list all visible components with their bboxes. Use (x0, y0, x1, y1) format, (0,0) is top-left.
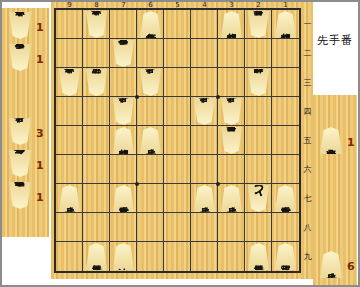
file-label-4: 4 (191, 1, 218, 9)
square-36[interactable] (218, 155, 245, 184)
square-56[interactable] (164, 155, 191, 184)
square-87[interactable] (83, 184, 110, 213)
star-point (135, 182, 139, 186)
square-15[interactable] (272, 126, 299, 155)
square-16[interactable] (272, 155, 299, 184)
stand-gote-piece[interactable]: 香車 (8, 44, 32, 71)
square-12[interactable] (272, 39, 299, 68)
rank-label-4: 四 (302, 97, 313, 126)
square-69[interactable] (137, 242, 164, 271)
square-96[interactable] (56, 155, 83, 184)
square-48[interactable] (191, 213, 218, 242)
square-13[interactable] (272, 68, 299, 97)
captured-count: 1 (36, 53, 50, 66)
square-46[interactable] (191, 155, 218, 184)
square-57[interactable] (164, 184, 191, 213)
square-98[interactable] (56, 213, 83, 242)
square-52[interactable] (164, 39, 191, 68)
square-24[interactable] (245, 97, 272, 126)
turn-indicator: 先手番 (311, 33, 359, 48)
square-92[interactable] (56, 39, 83, 68)
square-66[interactable] (137, 155, 164, 184)
captured-count: 1 (36, 191, 50, 204)
square-99[interactable] (56, 242, 83, 271)
stand-sente-piece[interactable]: 金将 (319, 127, 343, 154)
square-62[interactable] (137, 39, 164, 68)
square-55[interactable] (164, 126, 191, 155)
square-88[interactable] (83, 213, 110, 242)
star-point (216, 182, 220, 186)
square-22[interactable] (245, 39, 272, 68)
captured-count: 1 (36, 159, 50, 172)
square-18[interactable] (272, 213, 299, 242)
square-54[interactable] (164, 97, 191, 126)
rank-label-9: 九 (302, 242, 313, 271)
shogi-app-window: 金将1香車1歩兵3角行1飛車1 金将1歩兵6 先手番 987654321一二三四… (0, 0, 360, 287)
board-grid (54, 8, 301, 273)
rank-label-7: 七 (302, 184, 313, 213)
square-73[interactable] (110, 68, 137, 97)
square-84[interactable] (83, 97, 110, 126)
captured-count: 3 (36, 127, 50, 140)
captured-count: 1 (347, 136, 360, 149)
stand-gote-piece[interactable]: 飛車 (8, 182, 32, 209)
square-59[interactable] (164, 242, 191, 271)
file-label-5: 5 (164, 1, 191, 9)
square-91[interactable] (56, 10, 83, 39)
star-point (216, 95, 220, 99)
square-39[interactable] (218, 242, 245, 271)
square-51[interactable] (164, 10, 191, 39)
square-86[interactable] (83, 155, 110, 184)
file-label-3: 3 (218, 1, 245, 9)
rank-label-5: 五 (302, 126, 313, 155)
square-85[interactable] (83, 126, 110, 155)
square-42[interactable] (191, 39, 218, 68)
rank-label-1: 一 (302, 10, 313, 39)
square-25[interactable] (245, 126, 272, 155)
file-label-1: 1 (272, 1, 299, 9)
square-33[interactable] (218, 68, 245, 97)
rank-label-8: 八 (302, 213, 313, 242)
file-label-8: 8 (83, 1, 110, 9)
square-94[interactable] (56, 97, 83, 126)
square-68[interactable] (137, 213, 164, 242)
square-95[interactable] (56, 126, 83, 155)
rank-label-6: 六 (302, 155, 313, 184)
sente-captured-stand: 金将1歩兵6 (313, 95, 357, 285)
stand-gote-piece[interactable]: 角行 (8, 150, 32, 177)
square-82[interactable] (83, 39, 110, 68)
square-58[interactable] (164, 213, 191, 242)
square-28[interactable] (245, 213, 272, 242)
stand-gote-piece[interactable]: 歩兵 (8, 118, 32, 145)
square-14[interactable] (272, 97, 299, 126)
captured-count: 6 (347, 260, 360, 273)
square-78[interactable] (110, 213, 137, 242)
star-point (135, 95, 139, 99)
gote-captured-stand: 金将1香車1歩兵3角行1飛車1 (2, 8, 49, 237)
square-26[interactable] (245, 155, 272, 184)
square-41[interactable] (191, 10, 218, 39)
square-32[interactable] (218, 39, 245, 68)
square-67[interactable] (137, 184, 164, 213)
stand-gote-piece[interactable]: 金将 (8, 12, 32, 39)
square-45[interactable] (191, 126, 218, 155)
file-label-7: 7 (110, 1, 137, 9)
square-43[interactable] (191, 68, 218, 97)
rank-label-2: 二 (302, 39, 313, 68)
file-label-9: 9 (56, 1, 83, 9)
rank-label-3: 三 (302, 68, 313, 97)
square-64[interactable] (137, 97, 164, 126)
file-label-2: 2 (245, 1, 272, 9)
square-38[interactable] (218, 213, 245, 242)
captured-count: 1 (36, 21, 50, 34)
file-label-6: 6 (137, 1, 164, 9)
square-49[interactable] (191, 242, 218, 271)
square-76[interactable] (110, 155, 137, 184)
square-71[interactable] (110, 10, 137, 39)
stand-sente-piece[interactable]: 歩兵 (319, 251, 343, 278)
square-53[interactable] (164, 68, 191, 97)
